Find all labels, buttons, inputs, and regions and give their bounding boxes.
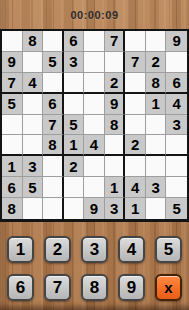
keypad-button-1[interactable]: 1 [7,236,34,263]
cell-r5c1[interactable] [2,115,23,136]
cell-r3c4[interactable] [64,73,85,94]
cell-r5c6: 8 [105,115,126,136]
cell-r3c3[interactable] [43,73,64,94]
cell-r8c6: 1 [105,177,126,198]
cell-r5c7[interactable] [125,115,146,136]
cell-r9c7: 1 [125,198,146,219]
cell-r6c4: 1 [64,135,85,156]
cell-r6c2[interactable] [23,135,44,156]
cell-r2c3: 5 [43,52,64,73]
cell-r4c2[interactable] [23,94,44,115]
cell-r7c2: 3 [23,156,44,177]
cell-r5c2[interactable] [23,115,44,136]
keypad-button-8[interactable]: 8 [81,274,108,301]
cell-r1c1[interactable] [2,31,23,52]
cell-r7c5[interactable] [84,156,105,177]
cell-r8c9[interactable] [166,177,187,198]
cell-r7c1: 1 [2,156,23,177]
cell-r1c3[interactable] [43,31,64,52]
cell-r3c7[interactable] [125,73,146,94]
cell-r6c6[interactable] [105,135,126,156]
cell-r8c1: 6 [2,177,23,198]
cell-r5c5[interactable] [84,115,105,136]
sudoku-board: 8679953727428656914758381421326514389315 [0,29,189,222]
cell-r9c1: 8 [2,198,23,219]
keypad: 1 2 3 4 5 6 7 8 9 x [0,222,189,310]
cell-r3c2: 4 [23,73,44,94]
cell-r4c1: 5 [2,94,23,115]
keypad-button-3[interactable]: 3 [81,236,108,263]
cell-r1c4: 6 [64,31,85,52]
cell-r9c9: 5 [166,198,187,219]
cell-r1c8[interactable] [146,31,167,52]
cell-r8c3[interactable] [43,177,64,198]
cell-r1c6: 7 [105,31,126,52]
cell-r7c7[interactable] [125,156,146,177]
keypad-button-clear[interactable]: x [155,274,182,301]
cell-r9c5: 9 [84,198,105,219]
cell-r2c7: 7 [125,52,146,73]
keypad-button-4[interactable]: 4 [118,236,145,263]
cell-r4c9: 4 [166,94,187,115]
keypad-row-2: 6 7 8 9 x [0,274,189,301]
cell-r7c3[interactable] [43,156,64,177]
keypad-button-6[interactable]: 6 [7,274,34,301]
cell-r4c4[interactable] [64,94,85,115]
keypad-button-5[interactable]: 5 [155,236,182,263]
cell-r2c8: 2 [146,52,167,73]
cell-r2c6[interactable] [105,52,126,73]
cell-r6c9[interactable] [166,135,187,156]
cell-r3c1: 7 [2,73,23,94]
cell-r1c5[interactable] [84,31,105,52]
cell-r8c4[interactable] [64,177,85,198]
cell-r7c8[interactable] [146,156,167,177]
cell-r9c3[interactable] [43,198,64,219]
cell-r2c9[interactable] [166,52,187,73]
cell-r6c7: 2 [125,135,146,156]
cell-r3c8: 8 [146,73,167,94]
cell-r6c8[interactable] [146,135,167,156]
cell-r5c8[interactable] [146,115,167,136]
cell-r9c2[interactable] [23,198,44,219]
cell-r5c4: 5 [64,115,85,136]
cell-r6c5: 4 [84,135,105,156]
cell-r5c3: 7 [43,115,64,136]
cell-r6c3: 8 [43,135,64,156]
cell-r8c7: 4 [125,177,146,198]
cell-r4c3: 6 [43,94,64,115]
keypad-button-9[interactable]: 9 [118,274,145,301]
cell-r3c6: 2 [105,73,126,94]
keypad-button-7[interactable]: 7 [44,274,71,301]
cell-r9c8[interactable] [146,198,167,219]
cell-r8c8: 3 [146,177,167,198]
cell-r1c2: 8 [23,31,44,52]
timer: 00:00:09 [70,9,118,21]
cell-r3c5[interactable] [84,73,105,94]
cell-r1c9: 9 [166,31,187,52]
cell-r2c1: 9 [2,52,23,73]
sudoku-app: 00:00:09 8679953727428656914758381421326… [0,0,189,310]
cell-r6c1[interactable] [2,135,23,156]
cell-r2c2[interactable] [23,52,44,73]
cell-r2c5[interactable] [84,52,105,73]
cell-r3c9: 6 [166,73,187,94]
cell-r4c8: 1 [146,94,167,115]
keypad-row-1: 1 2 3 4 5 [0,236,189,263]
keypad-button-2[interactable]: 2 [44,236,71,263]
cell-r4c6: 9 [105,94,126,115]
cell-r4c7[interactable] [125,94,146,115]
cell-r7c6[interactable] [105,156,126,177]
cell-r1c7[interactable] [125,31,146,52]
cell-r7c4: 2 [64,156,85,177]
cell-r9c4[interactable] [64,198,85,219]
cell-r5c9: 3 [166,115,187,136]
timer-bar: 00:00:09 [0,0,189,29]
cell-r4c5[interactable] [84,94,105,115]
cell-r7c9[interactable] [166,156,187,177]
cell-r9c6: 3 [105,198,126,219]
cell-r8c2: 5 [23,177,44,198]
cell-r8c5[interactable] [84,177,105,198]
cell-r2c4: 3 [64,52,85,73]
